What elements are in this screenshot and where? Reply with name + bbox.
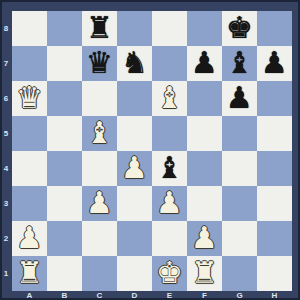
square-h7[interactable]: ♟ xyxy=(257,46,292,81)
square-f4[interactable] xyxy=(187,151,222,186)
square-h5[interactable] xyxy=(257,116,292,151)
square-b8[interactable] xyxy=(47,11,82,46)
file-label-h: H xyxy=(257,290,292,300)
square-a2[interactable]: ♟ xyxy=(12,221,47,256)
square-e5[interactable] xyxy=(152,116,187,151)
square-b2[interactable] xyxy=(47,221,82,256)
white-pawn[interactable]: ♟ xyxy=(121,150,148,185)
square-c4[interactable] xyxy=(82,151,117,186)
square-a5[interactable] xyxy=(12,116,47,151)
rank-label-8: 8 xyxy=(0,11,12,46)
rank-label-6: 6 xyxy=(0,81,12,116)
white-queen[interactable]: ♛ xyxy=(16,80,43,115)
white-bishop[interactable]: ♝ xyxy=(86,115,113,150)
square-g4[interactable] xyxy=(222,151,257,186)
square-f3[interactable] xyxy=(187,186,222,221)
square-g1[interactable] xyxy=(222,256,257,291)
square-c7[interactable]: ♛ xyxy=(82,46,117,81)
square-d5[interactable] xyxy=(117,116,152,151)
square-g3[interactable] xyxy=(222,186,257,221)
rank-label-5: 5 xyxy=(0,116,12,151)
square-c5[interactable]: ♝ xyxy=(82,116,117,151)
white-rook[interactable]: ♜ xyxy=(16,255,43,290)
file-label-d: D xyxy=(117,290,152,300)
white-pawn[interactable]: ♟ xyxy=(16,220,43,255)
square-f7[interactable]: ♟ xyxy=(187,46,222,81)
square-c6[interactable] xyxy=(82,81,117,116)
square-d2[interactable] xyxy=(117,221,152,256)
square-g6[interactable]: ♟ xyxy=(222,81,257,116)
square-a4[interactable] xyxy=(12,151,47,186)
square-d1[interactable] xyxy=(117,256,152,291)
square-f1[interactable]: ♜ xyxy=(187,256,222,291)
black-pawn[interactable]: ♟ xyxy=(191,45,218,80)
white-bishop[interactable]: ♝ xyxy=(156,80,183,115)
square-b7[interactable] xyxy=(47,46,82,81)
square-e3[interactable]: ♟ xyxy=(152,186,187,221)
square-e6[interactable]: ♝ xyxy=(152,81,187,116)
square-e1[interactable]: ♚ xyxy=(152,256,187,291)
square-e8[interactable] xyxy=(152,11,187,46)
square-b6[interactable] xyxy=(47,81,82,116)
square-e7[interactable] xyxy=(152,46,187,81)
file-label-c: C xyxy=(82,290,117,300)
square-c2[interactable] xyxy=(82,221,117,256)
rank-label-4: 4 xyxy=(0,151,12,186)
square-b1[interactable] xyxy=(47,256,82,291)
square-f2[interactable]: ♟ xyxy=(187,221,222,256)
square-h6[interactable] xyxy=(257,81,292,116)
rank-label-1: 1 xyxy=(0,256,12,291)
file-label-f: F xyxy=(187,290,222,300)
black-queen[interactable]: ♛ xyxy=(86,45,113,80)
square-d7[interactable]: ♞ xyxy=(117,46,152,81)
square-g2[interactable] xyxy=(222,221,257,256)
rank-label-2: 2 xyxy=(0,221,12,256)
white-king[interactable]: ♚ xyxy=(156,255,183,290)
square-g5[interactable] xyxy=(222,116,257,151)
square-a3[interactable] xyxy=(12,186,47,221)
square-e4[interactable]: ♝ xyxy=(152,151,187,186)
square-h1[interactable] xyxy=(257,256,292,291)
black-bishop[interactable]: ♝ xyxy=(226,45,253,80)
square-e2[interactable] xyxy=(152,221,187,256)
square-b3[interactable] xyxy=(47,186,82,221)
square-g7[interactable]: ♝ xyxy=(222,46,257,81)
square-d6[interactable] xyxy=(117,81,152,116)
file-label-e: E xyxy=(152,290,187,300)
square-c1[interactable] xyxy=(82,256,117,291)
file-label-a: A xyxy=(12,290,47,300)
white-pawn[interactable]: ♟ xyxy=(191,220,218,255)
square-b4[interactable] xyxy=(47,151,82,186)
rank-label-7: 7 xyxy=(0,46,12,81)
black-bishop[interactable]: ♝ xyxy=(156,150,183,185)
square-f5[interactable] xyxy=(187,116,222,151)
chess-board-frame: ♜♚♛♞♟♝♟♛♝♟♝♟♝♟♟♟♟♜♚♜ 87654321 ABCDEFGH xyxy=(0,0,300,300)
black-rook[interactable]: ♜ xyxy=(86,10,113,45)
square-a7[interactable] xyxy=(12,46,47,81)
square-a1[interactable]: ♜ xyxy=(12,256,47,291)
white-pawn[interactable]: ♟ xyxy=(156,185,183,220)
square-d4[interactable]: ♟ xyxy=(117,151,152,186)
square-f6[interactable] xyxy=(187,81,222,116)
square-d8[interactable] xyxy=(117,11,152,46)
square-d3[interactable] xyxy=(117,186,152,221)
white-rook[interactable]: ♜ xyxy=(191,255,218,290)
square-g8[interactable]: ♚ xyxy=(222,11,257,46)
square-c3[interactable]: ♟ xyxy=(82,186,117,221)
square-h8[interactable] xyxy=(257,11,292,46)
square-b5[interactable] xyxy=(47,116,82,151)
black-king[interactable]: ♚ xyxy=(226,10,253,45)
white-pawn[interactable]: ♟ xyxy=(86,185,113,220)
square-c8[interactable]: ♜ xyxy=(82,11,117,46)
square-a6[interactable]: ♛ xyxy=(12,81,47,116)
square-f8[interactable] xyxy=(187,11,222,46)
square-h4[interactable] xyxy=(257,151,292,186)
chess-board: ♜♚♛♞♟♝♟♛♝♟♝♟♝♟♟♟♟♜♚♜ xyxy=(12,11,292,291)
square-a8[interactable] xyxy=(12,11,47,46)
file-label-g: G xyxy=(222,290,257,300)
black-knight[interactable]: ♞ xyxy=(121,45,148,80)
rank-label-3: 3 xyxy=(0,186,12,221)
black-pawn[interactable]: ♟ xyxy=(226,80,253,115)
black-pawn[interactable]: ♟ xyxy=(261,45,288,80)
file-label-b: B xyxy=(47,290,82,300)
square-h3[interactable] xyxy=(257,186,292,221)
square-h2[interactable] xyxy=(257,221,292,256)
